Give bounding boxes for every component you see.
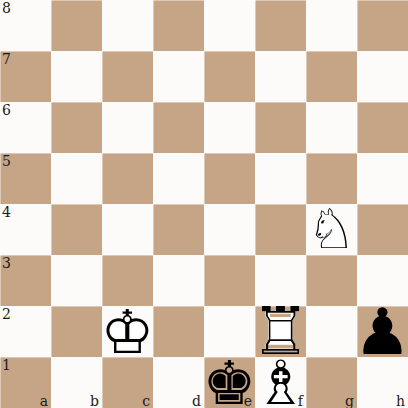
square-g5[interactable] xyxy=(306,153,357,204)
square-h7[interactable] xyxy=(357,51,408,102)
square-f5[interactable] xyxy=(255,153,306,204)
square-a6[interactable]: 6 xyxy=(0,102,51,153)
square-h2[interactable]: ♟ xyxy=(357,306,408,357)
square-f1[interactable]: f♝♗ xyxy=(255,357,306,408)
rank-label-7: 7 xyxy=(2,52,11,66)
piece-outline: ♔ xyxy=(102,306,153,357)
piece-fill: ♞ xyxy=(306,204,357,255)
square-b6[interactable] xyxy=(51,102,102,153)
square-d5[interactable] xyxy=(153,153,204,204)
piece-white-knight[interactable]: ♞♘ xyxy=(306,204,357,255)
rank-label-5: 5 xyxy=(2,154,11,168)
square-g2[interactable] xyxy=(306,306,357,357)
square-h5[interactable] xyxy=(357,153,408,204)
file-label-h: h xyxy=(396,394,405,408)
rank-label-3: 3 xyxy=(2,256,11,270)
square-d4[interactable] xyxy=(153,204,204,255)
square-d2[interactable] xyxy=(153,306,204,357)
square-b5[interactable] xyxy=(51,153,102,204)
square-e4[interactable] xyxy=(204,204,255,255)
rank-label-8: 8 xyxy=(2,1,11,15)
square-h8[interactable] xyxy=(357,0,408,51)
square-e2[interactable] xyxy=(204,306,255,357)
file-label-d: d xyxy=(192,394,201,408)
square-f3[interactable] xyxy=(255,255,306,306)
square-e6[interactable] xyxy=(204,102,255,153)
square-c3[interactable] xyxy=(102,255,153,306)
square-e1[interactable]: e♚ xyxy=(204,357,255,408)
square-c8[interactable] xyxy=(102,0,153,51)
square-a1[interactable]: 1a xyxy=(0,357,51,408)
file-label-e: e xyxy=(244,394,252,408)
square-a2[interactable]: 2 xyxy=(0,306,51,357)
square-g1[interactable]: g xyxy=(306,357,357,408)
rank-label-6: 6 xyxy=(2,103,11,117)
square-g3[interactable] xyxy=(306,255,357,306)
file-label-b: b xyxy=(90,394,99,408)
piece-black-pawn[interactable]: ♟ xyxy=(357,306,408,357)
square-c1[interactable]: c xyxy=(102,357,153,408)
square-h1[interactable]: h xyxy=(357,357,408,408)
square-d1[interactable]: d xyxy=(153,357,204,408)
square-a4[interactable]: 4 xyxy=(0,204,51,255)
square-e8[interactable] xyxy=(204,0,255,51)
square-f4[interactable] xyxy=(255,204,306,255)
square-h4[interactable] xyxy=(357,204,408,255)
square-d7[interactable] xyxy=(153,51,204,102)
square-e5[interactable] xyxy=(204,153,255,204)
square-c4[interactable] xyxy=(102,204,153,255)
square-b7[interactable] xyxy=(51,51,102,102)
rank-label-4: 4 xyxy=(2,205,11,219)
square-g7[interactable] xyxy=(306,51,357,102)
square-a5[interactable]: 5 xyxy=(0,153,51,204)
square-e3[interactable] xyxy=(204,255,255,306)
square-f2[interactable]: ♜♖ xyxy=(255,306,306,357)
piece-outline: ♖ xyxy=(255,306,306,357)
square-g4[interactable]: ♞♘ xyxy=(306,204,357,255)
chess-board: 87654♞♘32♚♔♜♖♟1abcde♚f♝♗gh xyxy=(0,0,408,408)
piece-outline: ♘ xyxy=(306,204,357,255)
piece-fill: ♜ xyxy=(255,306,306,357)
square-g8[interactable] xyxy=(306,0,357,51)
square-d6[interactable] xyxy=(153,102,204,153)
file-label-g: g xyxy=(345,394,354,408)
square-b2[interactable] xyxy=(51,306,102,357)
square-b4[interactable] xyxy=(51,204,102,255)
square-c5[interactable] xyxy=(102,153,153,204)
square-c6[interactable] xyxy=(102,102,153,153)
piece-white-rook[interactable]: ♜♖ xyxy=(255,306,306,357)
rank-label-1: 1 xyxy=(2,358,11,372)
square-a3[interactable]: 3 xyxy=(0,255,51,306)
square-f7[interactable] xyxy=(255,51,306,102)
piece-glyph: ♟ xyxy=(357,306,408,357)
file-label-c: c xyxy=(142,394,150,408)
square-a7[interactable]: 7 xyxy=(0,51,51,102)
piece-white-king[interactable]: ♚♔ xyxy=(102,306,153,357)
square-c7[interactable] xyxy=(102,51,153,102)
file-label-a: a xyxy=(40,394,48,408)
file-label-f: f xyxy=(298,394,303,408)
rank-label-2: 2 xyxy=(2,307,11,321)
square-d8[interactable] xyxy=(153,0,204,51)
square-a8[interactable]: 8 xyxy=(0,0,51,51)
square-f6[interactable] xyxy=(255,102,306,153)
square-b8[interactable] xyxy=(51,0,102,51)
square-c2[interactable]: ♚♔ xyxy=(102,306,153,357)
square-g6[interactable] xyxy=(306,102,357,153)
square-e7[interactable] xyxy=(204,51,255,102)
square-b3[interactable] xyxy=(51,255,102,306)
piece-fill: ♚ xyxy=(102,306,153,357)
square-b1[interactable]: b xyxy=(51,357,102,408)
square-h3[interactable] xyxy=(357,255,408,306)
square-d3[interactable] xyxy=(153,255,204,306)
square-h6[interactable] xyxy=(357,102,408,153)
square-f8[interactable] xyxy=(255,0,306,51)
